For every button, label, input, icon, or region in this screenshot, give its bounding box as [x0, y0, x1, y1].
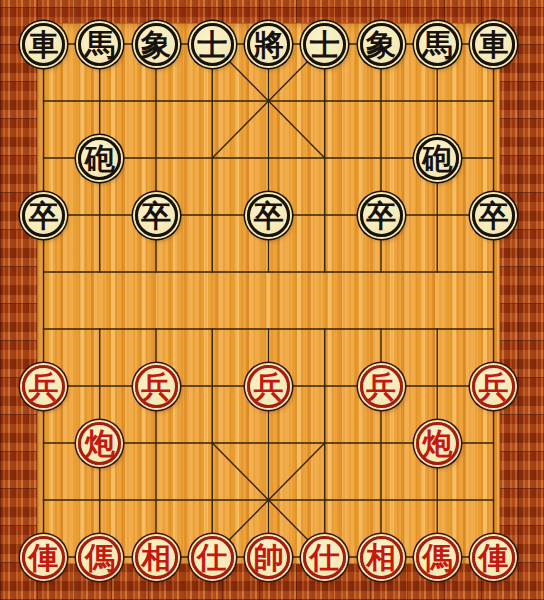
piece-black-advisor[interactable]: 士 — [191, 23, 234, 66]
piece-black-elephant[interactable]: 象 — [360, 23, 403, 66]
black-elephant-glyph: 象 — [366, 30, 396, 60]
black-elephant-glyph: 象 — [141, 30, 171, 60]
red-soldier-glyph: 兵 — [254, 372, 284, 402]
black-advisor-glyph: 士 — [197, 30, 227, 60]
piece-red-chariot[interactable]: 俥 — [22, 536, 65, 579]
black-soldier-glyph: 卒 — [479, 201, 509, 231]
piece-black-chariot[interactable]: 車 — [472, 23, 515, 66]
piece-red-soldier[interactable]: 兵 — [360, 365, 403, 408]
piece-red-soldier[interactable]: 兵 — [22, 365, 65, 408]
piece-black-horse[interactable]: 馬 — [78, 23, 121, 66]
piece-red-horse[interactable]: 傌 — [78, 536, 121, 579]
piece-black-chariot[interactable]: 車 — [22, 23, 65, 66]
black-soldier-glyph: 卒 — [141, 201, 171, 231]
piece-black-horse[interactable]: 馬 — [416, 23, 459, 66]
piece-black-cannon[interactable]: 砲 — [78, 137, 121, 180]
piece-red-soldier[interactable]: 兵 — [135, 365, 178, 408]
black-soldier-glyph: 卒 — [29, 201, 59, 231]
red-soldier-glyph: 兵 — [366, 372, 396, 402]
red-horse-glyph: 傌 — [85, 543, 115, 573]
black-general-glyph: 將 — [254, 30, 284, 60]
black-horse-glyph: 馬 — [422, 30, 452, 60]
piece-black-elephant[interactable]: 象 — [135, 23, 178, 66]
red-horse-glyph: 傌 — [422, 543, 452, 573]
red-chariot-glyph: 俥 — [29, 543, 59, 573]
piece-black-cannon[interactable]: 砲 — [416, 137, 459, 180]
piece-red-soldier[interactable]: 兵 — [247, 365, 290, 408]
red-elephant-glyph: 相 — [366, 543, 396, 573]
piece-red-chariot[interactable]: 俥 — [472, 536, 515, 579]
piece-black-soldier[interactable]: 卒 — [360, 194, 403, 237]
red-soldier-glyph: 兵 — [141, 372, 171, 402]
black-horse-glyph: 馬 — [85, 30, 115, 60]
red-general-glyph: 帥 — [254, 543, 284, 573]
red-cannon-glyph: 炮 — [85, 429, 115, 459]
red-advisor-glyph: 仕 — [197, 543, 227, 573]
piece-black-advisor[interactable]: 士 — [303, 23, 346, 66]
piece-red-advisor[interactable]: 仕 — [191, 536, 234, 579]
piece-red-elephant[interactable]: 相 — [360, 536, 403, 579]
piece-black-soldier[interactable]: 卒 — [22, 194, 65, 237]
board-frame: 車馬象士將士象馬車砲砲卒卒卒卒卒兵兵兵兵兵炮炮俥傌相仕帥仕相傌俥 — [0, 0, 544, 600]
piece-red-soldier[interactable]: 兵 — [472, 365, 515, 408]
piece-red-horse[interactable]: 傌 — [416, 536, 459, 579]
piece-red-elephant[interactable]: 相 — [135, 536, 178, 579]
red-soldier-glyph: 兵 — [29, 372, 59, 402]
piece-red-cannon[interactable]: 炮 — [416, 422, 459, 465]
black-advisor-glyph: 士 — [310, 30, 340, 60]
piece-black-soldier[interactable]: 卒 — [247, 194, 290, 237]
black-cannon-glyph: 砲 — [85, 144, 115, 174]
black-cannon-glyph: 砲 — [422, 144, 452, 174]
xiangqi-board[interactable]: 車馬象士將士象馬車砲砲卒卒卒卒卒兵兵兵兵兵炮炮俥傌相仕帥仕相傌俥 — [15, 16, 521, 586]
piece-red-cannon[interactable]: 炮 — [78, 422, 121, 465]
black-chariot-glyph: 車 — [29, 30, 59, 60]
piece-red-general[interactable]: 帥 — [247, 536, 290, 579]
red-chariot-glyph: 俥 — [479, 543, 509, 573]
black-chariot-glyph: 車 — [479, 30, 509, 60]
red-elephant-glyph: 相 — [141, 543, 171, 573]
black-soldier-glyph: 卒 — [254, 201, 284, 231]
black-soldier-glyph: 卒 — [366, 201, 396, 231]
piece-black-soldier[interactable]: 卒 — [135, 194, 178, 237]
piece-red-advisor[interactable]: 仕 — [303, 536, 346, 579]
piece-black-soldier[interactable]: 卒 — [472, 194, 515, 237]
piece-black-general[interactable]: 將 — [247, 23, 290, 66]
red-advisor-glyph: 仕 — [310, 543, 340, 573]
red-soldier-glyph: 兵 — [479, 372, 509, 402]
red-cannon-glyph: 炮 — [422, 429, 452, 459]
